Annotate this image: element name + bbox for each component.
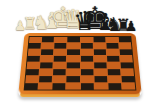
- board-square: [120, 56, 133, 62]
- board-square: [119, 37, 131, 42]
- board-square: [80, 62, 93, 68]
- board-square: [67, 49, 79, 55]
- board-square: [94, 56, 106, 62]
- board-square: [107, 62, 120, 68]
- board-square: [53, 76, 66, 82]
- board-square: [80, 49, 92, 55]
- chess-board: [18, 33, 142, 97]
- board-square: [67, 83, 80, 89]
- board-square: [80, 76, 93, 82]
- board-square: [53, 69, 66, 75]
- board-square: [40, 62, 53, 68]
- board-square: [94, 62, 107, 68]
- board-square: [108, 83, 121, 89]
- board-square: [121, 69, 134, 75]
- chess-set-product-photo: ♟♜♞♝♚♛♛♚♝♞♜♟: [0, 0, 160, 108]
- board-square: [93, 49, 105, 55]
- board-square: [122, 83, 135, 89]
- board-square: [106, 37, 118, 42]
- board-square: [94, 69, 107, 75]
- board-square: [67, 43, 79, 49]
- board-square: [41, 49, 53, 55]
- board-square: [54, 43, 66, 49]
- board-square: [67, 62, 80, 68]
- board-square: [53, 83, 66, 89]
- chess-pieces-lineup: ♟♜♞♝♚♛♛♚♝♞♜♟: [0, 0, 160, 34]
- board-square: [107, 69, 120, 75]
- board-square: [54, 62, 67, 68]
- board-square: [27, 56, 40, 62]
- board-square: [29, 37, 41, 42]
- board-square: [106, 43, 118, 49]
- board-square: [80, 56, 92, 62]
- board-square: [27, 62, 40, 68]
- board-square: [26, 69, 39, 75]
- board-square: [68, 37, 80, 42]
- board-grid: [24, 36, 137, 90]
- board-square: [25, 83, 38, 89]
- board-square: [80, 43, 92, 49]
- board-square: [40, 69, 53, 75]
- board-square: [106, 49, 118, 55]
- board-square: [41, 43, 53, 49]
- board-square: [28, 43, 40, 49]
- board-square: [94, 76, 107, 82]
- board-square: [54, 56, 66, 62]
- board-square: [119, 49, 132, 55]
- board-square: [67, 76, 80, 82]
- board-square: [120, 62, 133, 68]
- board-square: [25, 76, 38, 82]
- board-square: [55, 37, 67, 42]
- board-square: [94, 83, 107, 89]
- board-square: [54, 49, 66, 55]
- board-square: [93, 43, 105, 49]
- board-square: [121, 76, 134, 82]
- board-square: [93, 37, 105, 42]
- board-square: [41, 56, 54, 62]
- board-square: [80, 69, 93, 75]
- board-frame: [18, 33, 141, 94]
- board-square: [107, 56, 120, 62]
- board-square: [39, 83, 52, 89]
- board-square: [67, 56, 79, 62]
- board-square: [80, 37, 92, 42]
- board-square: [39, 76, 52, 82]
- board-square: [42, 37, 54, 42]
- board-square: [119, 43, 131, 49]
- board-square: [108, 76, 121, 82]
- board-square: [80, 83, 93, 89]
- chess-piece-black-pawn: ♟: [125, 19, 138, 33]
- board-square: [28, 49, 41, 55]
- board-square: [67, 69, 80, 75]
